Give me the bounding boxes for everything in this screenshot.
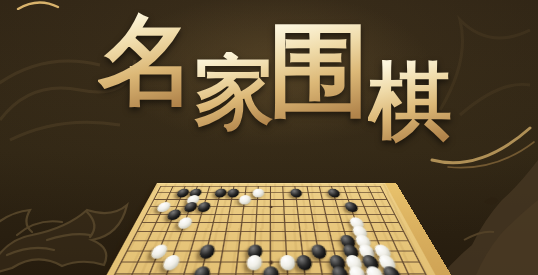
title-char-jia: 家 bbox=[194, 52, 274, 132]
black-stone bbox=[289, 188, 302, 197]
black-stone bbox=[175, 188, 190, 197]
title-char-qi: 棋 bbox=[368, 60, 452, 144]
black-stone bbox=[196, 202, 211, 212]
black-stone bbox=[191, 266, 211, 275]
black-stone bbox=[330, 266, 350, 275]
black-stone bbox=[213, 188, 227, 197]
title-char-wei: 围 bbox=[268, 20, 370, 122]
black-stone bbox=[310, 244, 327, 258]
white-stone bbox=[148, 244, 168, 258]
black-stone bbox=[343, 202, 359, 212]
black-stone bbox=[295, 255, 312, 270]
go-board-plane bbox=[7, 183, 534, 275]
black-stone bbox=[182, 202, 198, 212]
white-stone bbox=[279, 255, 295, 270]
white-stone bbox=[176, 217, 193, 228]
white-stone bbox=[347, 266, 368, 275]
white-stone bbox=[160, 255, 181, 270]
go-board bbox=[157, 183, 385, 275]
app-title: 名 家 围 棋 bbox=[96, 0, 456, 170]
black-stone bbox=[326, 188, 340, 197]
gold-arc-icon bbox=[16, 0, 60, 10]
white-stone bbox=[238, 195, 251, 204]
board-wood bbox=[7, 183, 534, 275]
black-stone bbox=[226, 188, 239, 197]
star-point bbox=[269, 205, 272, 207]
go-banner: 名 家 围 棋 bbox=[0, 0, 538, 275]
title-char-ming: 名 bbox=[98, 12, 196, 110]
black-stone bbox=[262, 266, 278, 275]
white-stone bbox=[245, 255, 261, 270]
black-stone bbox=[165, 209, 182, 220]
black-stone bbox=[197, 244, 215, 258]
star-point bbox=[268, 260, 272, 264]
black-stone bbox=[380, 266, 402, 275]
white-stone bbox=[252, 188, 264, 197]
